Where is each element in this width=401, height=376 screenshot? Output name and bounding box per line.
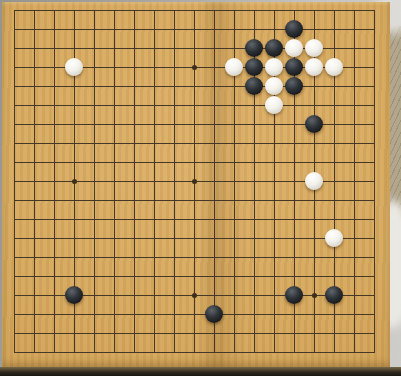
black-stone: ●: [245, 58, 263, 76]
black-stone: ●: [305, 115, 323, 133]
black-stone: ●: [265, 39, 283, 57]
black-stone: ●: [285, 286, 303, 304]
black-stone: ●: [285, 20, 303, 38]
white-stone: ○: [305, 58, 323, 76]
white-stone: ○: [325, 229, 343, 247]
white-stone: ○: [305, 39, 323, 57]
black-stone: ●: [285, 58, 303, 76]
white-stone: ○: [265, 96, 283, 114]
white-stone: ○: [265, 77, 283, 95]
white-stone: ○: [265, 58, 283, 76]
stone-layer: ●●●○○○○●○●○○●○●○●○○●●●●: [4, 1, 384, 362]
white-stone: ○: [325, 58, 343, 76]
go-board: ●●●○○○○●○●○○●○●○●○○●●●●: [2, 2, 390, 368]
white-stone: ○: [305, 172, 323, 190]
white-stone: ○: [285, 39, 303, 57]
black-stone: ●: [325, 286, 343, 304]
black-stone: ●: [245, 39, 263, 57]
black-stone: ●: [205, 305, 223, 323]
black-stone: ●: [65, 286, 83, 304]
board-front-edge: [0, 367, 401, 376]
white-stone: ○: [225, 58, 243, 76]
black-stone: ●: [285, 77, 303, 95]
go-photo-screenshot: ●●●○○○○●○●○○●○●○●○○●●●●: [0, 0, 401, 376]
white-stone: ○: [65, 58, 83, 76]
black-stone: ●: [245, 77, 263, 95]
